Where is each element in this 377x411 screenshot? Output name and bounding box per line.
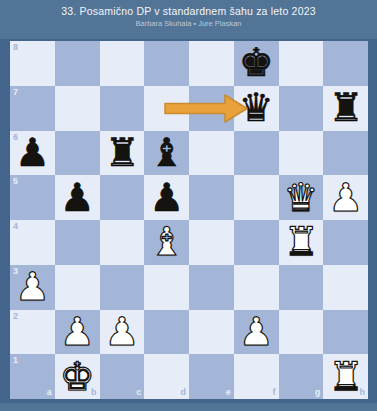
square-h4[interactable]: [323, 220, 368, 265]
white-rook-g4[interactable]: ♜: [283, 220, 318, 264]
square-d1[interactable]: d: [144, 354, 189, 399]
square-h6[interactable]: [323, 131, 368, 176]
square-h5[interactable]: ♟: [323, 175, 368, 220]
rank-label-5: 5: [13, 177, 18, 186]
square-b2[interactable]: ♟: [55, 310, 100, 355]
square-g4[interactable]: ♜: [279, 220, 324, 265]
square-b8[interactable]: [55, 41, 100, 86]
file-label-b: b: [91, 388, 97, 397]
square-d8[interactable]: [144, 41, 189, 86]
square-a4[interactable]: 4: [10, 220, 55, 265]
square-f3[interactable]: [234, 265, 279, 310]
square-d5[interactable]: ♟: [144, 175, 189, 220]
square-f7[interactable]: ♛: [234, 86, 279, 131]
square-h7[interactable]: ♜: [323, 86, 368, 131]
black-pawn-d5[interactable]: ♟: [149, 176, 184, 220]
square-a3[interactable]: 3♟: [10, 265, 55, 310]
white-king-b1[interactable]: ♚: [60, 355, 95, 399]
black-rook-c6[interactable]: ♜: [104, 131, 139, 175]
square-b7[interactable]: [55, 86, 100, 131]
file-label-e: e: [226, 388, 231, 397]
square-d4[interactable]: ♝: [144, 220, 189, 265]
white-pawn-h5[interactable]: ♟: [328, 176, 363, 220]
square-e2[interactable]: [189, 310, 234, 355]
square-c7[interactable]: [100, 86, 145, 131]
square-e7[interactable]: [189, 86, 234, 131]
square-c6[interactable]: ♜: [100, 131, 145, 176]
square-g7[interactable]: [279, 86, 324, 131]
square-f1[interactable]: f: [234, 354, 279, 399]
square-g2[interactable]: [279, 310, 324, 355]
black-bishop-d6[interactable]: ♝: [149, 131, 184, 175]
square-b6[interactable]: [55, 131, 100, 176]
square-b4[interactable]: [55, 220, 100, 265]
square-d3[interactable]: [144, 265, 189, 310]
white-pawn-a3[interactable]: ♟: [15, 265, 50, 309]
square-e8[interactable]: [189, 41, 234, 86]
square-g3[interactable]: [279, 265, 324, 310]
square-c5[interactable]: [100, 175, 145, 220]
players-subtitle: Barbara Skuhala ▪ Jure Plaskan: [135, 19, 241, 29]
black-pawn-a6[interactable]: ♟: [15, 131, 50, 175]
black-queen-f7[interactable]: ♛: [239, 86, 274, 130]
square-c2[interactable]: ♟: [100, 310, 145, 355]
square-h2[interactable]: [323, 310, 368, 355]
white-pawn-b2[interactable]: ♟: [60, 310, 95, 354]
square-h3[interactable]: [323, 265, 368, 310]
square-g6[interactable]: [279, 131, 324, 176]
square-f6[interactable]: [234, 131, 279, 176]
rank-label-4: 4: [13, 222, 18, 231]
square-g8[interactable]: [279, 41, 324, 86]
square-e6[interactable]: [189, 131, 234, 176]
rank-label-6: 6: [13, 133, 18, 142]
square-c1[interactable]: c: [100, 354, 145, 399]
rank-label-8: 8: [13, 43, 18, 52]
square-f5[interactable]: [234, 175, 279, 220]
square-f4[interactable]: [234, 220, 279, 265]
board-frame: 8♚7♛♜6♟♜♝5♟♟♛♟4♝♜3♟2♟♟♟1ab♚cdefgh♜: [0, 39, 377, 403]
chess-board[interactable]: 8♚7♛♜6♟♜♝5♟♟♛♟4♝♜3♟2♟♟♟1ab♚cdefgh♜: [10, 41, 368, 399]
file-label-f: f: [273, 388, 276, 397]
square-f2[interactable]: ♟: [234, 310, 279, 355]
white-rook-h1[interactable]: ♜: [328, 355, 363, 399]
file-label-d: d: [181, 388, 187, 397]
footer-strip: [0, 403, 377, 411]
white-pawn-c2[interactable]: ♟: [104, 310, 139, 354]
white-bishop-d4[interactable]: ♝: [149, 220, 184, 264]
square-h1[interactable]: h♜: [323, 354, 368, 399]
square-g5[interactable]: ♛: [279, 175, 324, 220]
square-d6[interactable]: ♝: [144, 131, 189, 176]
square-c4[interactable]: [100, 220, 145, 265]
file-label-c: c: [136, 388, 141, 397]
black-pawn-b5[interactable]: ♟: [60, 176, 95, 220]
square-a5[interactable]: 5: [10, 175, 55, 220]
square-d2[interactable]: [144, 310, 189, 355]
rank-label-7: 7: [13, 88, 18, 97]
square-d7[interactable]: [144, 86, 189, 131]
square-a6[interactable]: 6♟: [10, 131, 55, 176]
rank-label-2: 2: [13, 312, 18, 321]
square-c3[interactable]: [100, 265, 145, 310]
black-rook-h7[interactable]: ♜: [328, 86, 363, 130]
square-a2[interactable]: 2: [10, 310, 55, 355]
square-c8[interactable]: [100, 41, 145, 86]
square-b1[interactable]: b♚: [55, 354, 100, 399]
square-b5[interactable]: ♟: [55, 175, 100, 220]
square-f8[interactable]: ♚: [234, 41, 279, 86]
rank-label-1: 1: [13, 356, 18, 365]
square-e3[interactable]: [189, 265, 234, 310]
square-e1[interactable]: e: [189, 354, 234, 399]
file-label-g: g: [315, 388, 321, 397]
square-b3[interactable]: [55, 265, 100, 310]
square-h8[interactable]: [323, 41, 368, 86]
square-a8[interactable]: 8: [10, 41, 55, 86]
file-label-a: a: [47, 388, 52, 397]
black-king-f8[interactable]: ♚: [239, 41, 274, 85]
header: 33. Posamično DP v standardnem šahu za l…: [0, 0, 377, 39]
file-label-h: h: [360, 388, 366, 397]
square-e5[interactable]: [189, 175, 234, 220]
square-g1[interactable]: g: [279, 354, 324, 399]
white-pawn-f2[interactable]: ♟: [239, 310, 274, 354]
white-queen-g5[interactable]: ♛: [283, 176, 318, 220]
square-a7[interactable]: 7: [10, 86, 55, 131]
square-e4[interactable]: [189, 220, 234, 265]
square-a1[interactable]: 1a: [10, 354, 55, 399]
rank-label-3: 3: [13, 267, 18, 276]
event-title: 33. Posamično DP v standardnem šahu za l…: [61, 5, 316, 17]
